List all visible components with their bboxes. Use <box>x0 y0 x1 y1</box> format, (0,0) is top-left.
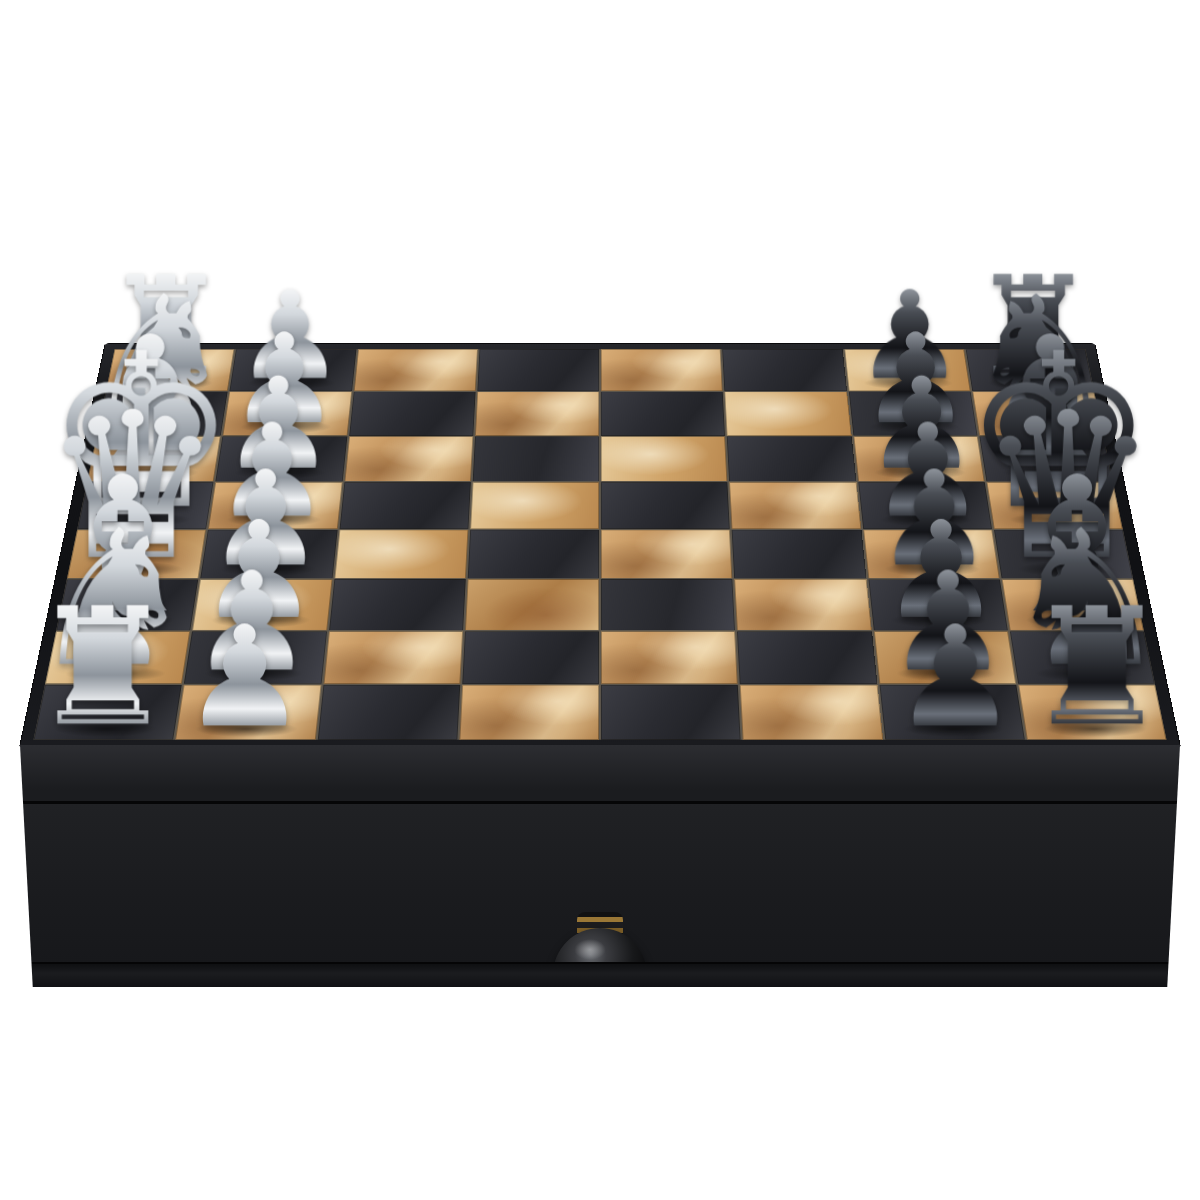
square-e3[interactable] <box>339 482 471 529</box>
square-a5[interactable] <box>601 685 741 740</box>
square-c6[interactable] <box>734 580 871 630</box>
square-a2[interactable]: ♟ <box>175 685 321 740</box>
square-f6[interactable] <box>727 436 856 481</box>
square-b6[interactable] <box>737 631 877 684</box>
chess-set-product-photo: ♜♟♟♜♞♟♟♞♝♟♟♝♚♟♟♚♛♟♟♛♝♟♟♝♞♟♟♞♜♟♟♜ <box>0 0 1200 1200</box>
square-g4[interactable] <box>475 392 599 435</box>
square-g6[interactable] <box>725 392 852 435</box>
square-b4[interactable] <box>462 631 599 684</box>
white-rook-piece[interactable]: ♜ <box>31 593 176 742</box>
square-g3[interactable] <box>349 392 476 435</box>
chess-board: ♜♟♟♜♞♟♟♞♝♟♟♝♚♟♟♚♛♟♟♛♝♟♟♝♞♟♟♞♜♟♟♜ <box>34 349 1167 739</box>
square-a7[interactable]: ♟ <box>879 685 1025 740</box>
drawer-front <box>20 804 1180 964</box>
square-b3[interactable] <box>323 631 463 684</box>
square-d4[interactable] <box>467 530 599 579</box>
square-a6[interactable] <box>740 685 883 740</box>
square-a8[interactable]: ♜ <box>1018 685 1166 740</box>
square-e5[interactable] <box>601 482 730 529</box>
board-frame: ♜♟♟♜♞♟♟♞♝♟♟♝♚♟♟♚♛♟♟♛♝♟♟♝♞♟♟♞♜♟♟♜ <box>20 344 1180 747</box>
square-g5[interactable] <box>601 392 725 435</box>
square-e4[interactable] <box>470 482 599 529</box>
square-b5[interactable] <box>601 631 738 684</box>
square-c4[interactable] <box>465 580 599 630</box>
board-3d-area: ♜♟♟♜♞♟♟♞♝♟♟♝♚♟♟♚♛♟♟♛♝♟♟♝♞♟♟♞♜♟♟♜ <box>0 274 1200 747</box>
square-c5[interactable] <box>601 580 735 630</box>
square-h6[interactable] <box>722 349 846 391</box>
square-d3[interactable] <box>334 530 468 579</box>
square-h4[interactable] <box>477 349 599 391</box>
white-pawn-piece[interactable]: ♟ <box>182 614 307 743</box>
square-e6[interactable] <box>729 482 861 529</box>
square-f4[interactable] <box>472 436 599 481</box>
black-rook-piece[interactable]: ♜ <box>1024 593 1169 742</box>
square-h5[interactable] <box>601 349 723 391</box>
box-front <box>20 745 1180 987</box>
box-base <box>20 962 1180 987</box>
square-d6[interactable] <box>732 530 866 579</box>
lid-front-edge <box>20 745 1180 804</box>
black-pawn-piece[interactable]: ♟ <box>892 614 1017 743</box>
square-a4[interactable] <box>459 685 599 740</box>
square-f3[interactable] <box>344 436 473 481</box>
square-c3[interactable] <box>329 580 466 630</box>
square-f5[interactable] <box>601 436 728 481</box>
square-h3[interactable] <box>353 349 477 391</box>
board-tilt: ♜♟♟♜♞♟♟♞♝♟♟♝♚♟♟♚♛♟♟♛♝♟♟♝♞♟♟♞♜♟♟♜ <box>20 344 1180 747</box>
square-d5[interactable] <box>601 530 733 579</box>
square-a1[interactable]: ♜ <box>34 685 182 740</box>
square-a3[interactable] <box>317 685 460 740</box>
